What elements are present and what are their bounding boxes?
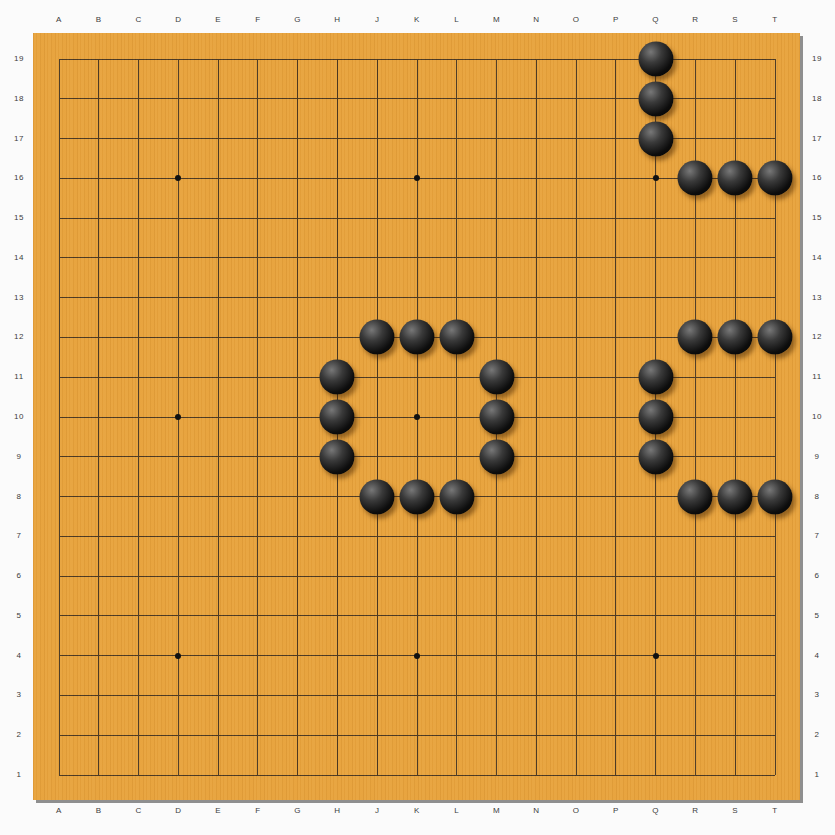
stone-black-r8[interactable] [678, 479, 713, 514]
stone-black-q17[interactable] [638, 121, 673, 156]
row-label-right-15: 15 [812, 214, 822, 222]
grid-line-vertical [138, 59, 139, 775]
row-label-right-10: 10 [812, 413, 822, 421]
grid-line-vertical [576, 59, 577, 775]
col-label-top-q: Q [652, 16, 659, 24]
row-label-left-12: 12 [14, 333, 24, 341]
col-label-top-f: F [255, 16, 260, 24]
row-label-left-9: 9 [17, 453, 22, 461]
stone-black-m10[interactable] [479, 400, 514, 435]
star-point-q4 [653, 653, 659, 659]
col-label-bottom-f: F [255, 807, 260, 815]
grid-line-vertical [377, 59, 378, 775]
col-label-top-a: A [56, 16, 62, 24]
star-point-k4 [414, 653, 420, 659]
row-label-right-17: 17 [812, 135, 822, 143]
row-label-right-12: 12 [812, 333, 822, 341]
grid-line-horizontal [59, 655, 775, 656]
row-label-left-17: 17 [14, 135, 24, 143]
grid-line-horizontal [59, 218, 775, 219]
grid-line-horizontal [59, 536, 775, 537]
row-label-left-18: 18 [14, 95, 24, 103]
stone-black-r16[interactable] [678, 161, 713, 196]
grid-line-horizontal [59, 257, 775, 258]
grid-line-vertical [297, 59, 298, 775]
stone-black-q9[interactable] [638, 439, 673, 474]
stone-black-t16[interactable] [758, 161, 793, 196]
grid-line-vertical [417, 59, 418, 775]
grid-line-horizontal [59, 695, 775, 696]
stone-black-l12[interactable] [439, 320, 474, 355]
col-label-bottom-q: Q [652, 807, 659, 815]
grid-line-vertical [257, 59, 258, 775]
grid-line-vertical [98, 59, 99, 775]
row-label-right-2: 2 [815, 731, 820, 739]
grid-line-horizontal [59, 178, 775, 179]
stone-black-q10[interactable] [638, 400, 673, 435]
stone-black-h10[interactable] [320, 400, 355, 435]
stone-black-m9[interactable] [479, 439, 514, 474]
col-label-bottom-j: J [375, 807, 380, 815]
star-point-k10 [414, 414, 420, 420]
stone-black-r12[interactable] [678, 320, 713, 355]
row-label-left-7: 7 [17, 532, 22, 540]
col-label-top-c: C [135, 16, 141, 24]
col-label-bottom-p: P [613, 807, 619, 815]
row-label-right-1: 1 [815, 771, 820, 779]
col-label-top-n: N [533, 16, 539, 24]
col-label-bottom-k: K [414, 807, 420, 815]
go-board[interactable] [33, 33, 800, 800]
row-label-left-11: 11 [14, 373, 23, 381]
star-point-k16 [414, 175, 420, 181]
row-label-right-18: 18 [812, 95, 822, 103]
grid-line-horizontal [59, 297, 775, 298]
row-label-left-10: 10 [14, 413, 24, 421]
row-label-left-3: 3 [17, 691, 22, 699]
grid-line-horizontal [59, 576, 775, 577]
grid-line-horizontal [59, 735, 775, 736]
stone-black-s12[interactable] [718, 320, 753, 355]
col-label-bottom-a: A [56, 807, 62, 815]
stone-black-q11[interactable] [638, 360, 673, 395]
row-label-right-5: 5 [815, 612, 820, 620]
row-label-right-4: 4 [815, 652, 820, 660]
row-label-right-16: 16 [812, 174, 822, 182]
page-background: AABBCCDDEEFFGGHHJJKKLLMMNNOOPPQQRRSSTT19… [0, 0, 835, 835]
grid-line-vertical [456, 59, 457, 775]
col-label-bottom-n: N [533, 807, 539, 815]
col-label-top-p: P [613, 16, 619, 24]
row-label-right-11: 11 [812, 373, 821, 381]
row-label-left-13: 13 [14, 294, 24, 302]
stone-black-k12[interactable] [400, 320, 435, 355]
grid-line-vertical [59, 59, 60, 775]
grid-line-horizontal [59, 615, 775, 616]
stone-black-j12[interactable] [360, 320, 395, 355]
row-label-right-9: 9 [815, 453, 820, 461]
stone-black-m11[interactable] [479, 360, 514, 395]
col-label-bottom-b: B [96, 807, 102, 815]
stone-black-h11[interactable] [320, 360, 355, 395]
grid-line-vertical [536, 59, 537, 775]
row-label-left-8: 8 [17, 493, 22, 501]
star-point-d4 [175, 653, 181, 659]
row-label-left-14: 14 [14, 254, 24, 262]
col-label-bottom-t: T [772, 807, 777, 815]
row-label-right-19: 19 [812, 55, 822, 63]
row-label-left-4: 4 [17, 652, 22, 660]
col-label-top-k: K [414, 16, 420, 24]
row-label-left-5: 5 [17, 612, 22, 620]
row-label-right-6: 6 [815, 572, 820, 580]
col-label-top-h: H [334, 16, 340, 24]
stone-black-l8[interactable] [439, 479, 474, 514]
star-point-d16 [175, 175, 181, 181]
col-label-top-m: M [493, 16, 500, 24]
col-label-bottom-c: C [135, 807, 141, 815]
row-label-right-7: 7 [815, 532, 820, 540]
stone-black-q19[interactable] [638, 42, 673, 77]
star-point-d10 [175, 414, 181, 420]
row-label-right-13: 13 [812, 294, 822, 302]
grid-line-vertical [178, 59, 179, 775]
col-label-bottom-e: E [215, 807, 221, 815]
col-label-bottom-g: G [294, 807, 301, 815]
row-label-right-8: 8 [815, 493, 820, 501]
row-label-left-2: 2 [17, 731, 22, 739]
stone-black-t8[interactable] [758, 479, 793, 514]
row-label-left-16: 16 [14, 174, 24, 182]
row-label-left-19: 19 [14, 55, 24, 63]
star-point-q16 [653, 175, 659, 181]
col-label-bottom-h: H [334, 807, 340, 815]
col-label-top-l: L [454, 16, 459, 24]
col-label-top-d: D [175, 16, 181, 24]
grid-line-vertical [615, 59, 616, 775]
col-label-bottom-m: M [493, 807, 500, 815]
grid-line-vertical [218, 59, 219, 775]
col-label-top-s: S [732, 16, 738, 24]
col-label-top-r: R [692, 16, 698, 24]
col-label-top-e: E [215, 16, 221, 24]
stone-black-q18[interactable] [638, 81, 673, 116]
stone-black-s8[interactable] [718, 479, 753, 514]
stone-black-s16[interactable] [718, 161, 753, 196]
col-label-top-g: G [294, 16, 301, 24]
row-label-right-14: 14 [812, 254, 822, 262]
col-label-bottom-s: S [732, 807, 738, 815]
col-label-top-o: O [573, 16, 580, 24]
col-label-top-b: B [96, 16, 102, 24]
col-label-bottom-o: O [573, 807, 580, 815]
grid-line-horizontal [59, 775, 775, 776]
col-label-bottom-l: L [454, 807, 459, 815]
stone-black-j8[interactable] [360, 479, 395, 514]
col-label-bottom-r: R [692, 807, 698, 815]
stone-black-t12[interactable] [758, 320, 793, 355]
row-label-left-15: 15 [14, 214, 24, 222]
row-label-right-3: 3 [815, 691, 820, 699]
stone-black-k8[interactable] [400, 479, 435, 514]
stone-black-h9[interactable] [320, 439, 355, 474]
col-label-top-j: J [375, 16, 380, 24]
col-label-top-t: T [772, 16, 777, 24]
row-label-left-1: 1 [17, 771, 22, 779]
row-label-left-6: 6 [17, 572, 22, 580]
col-label-bottom-d: D [175, 807, 181, 815]
